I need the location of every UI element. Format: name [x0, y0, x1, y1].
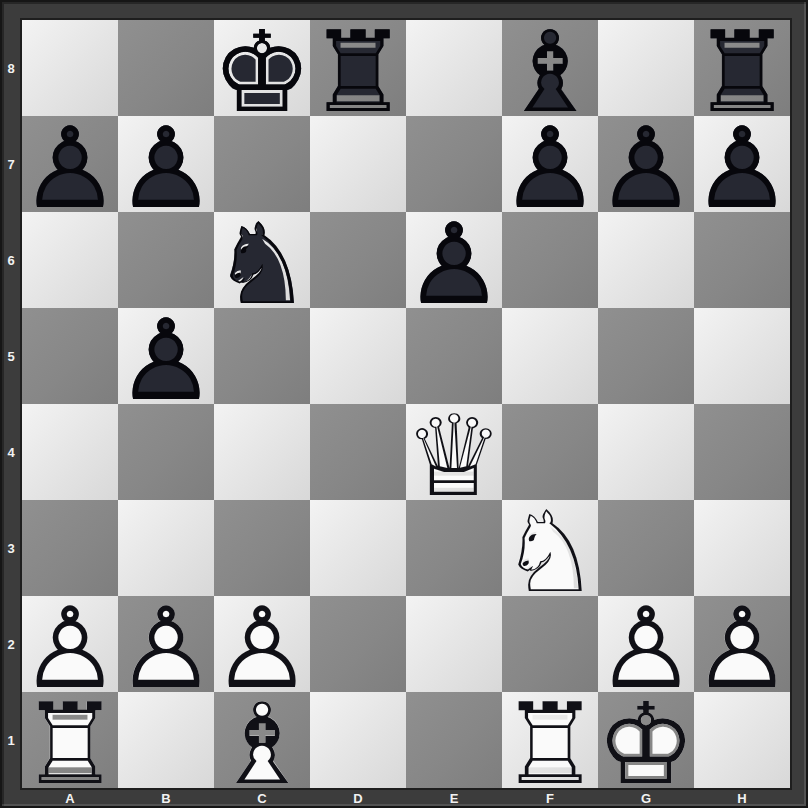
piece-white-pawn[interactable]: ♟♙ [692, 592, 792, 704]
piece-black-king[interactable]: ♚♔ [212, 16, 312, 128]
square-a2[interactable]: ♟♙ [22, 596, 118, 692]
rank-label-1: 1 [2, 692, 20, 788]
square-b8[interactable] [118, 20, 214, 116]
square-d3[interactable] [310, 500, 406, 596]
piece-white-king[interactable]: ♚♔ [596, 688, 696, 800]
black-pawn-outline-icon: ♙ [596, 112, 696, 224]
square-g3[interactable] [598, 500, 694, 596]
square-c2[interactable]: ♟♙ [214, 596, 310, 692]
square-h5[interactable] [694, 308, 790, 404]
square-b2[interactable]: ♟♙ [118, 596, 214, 692]
white-bishop-outline-icon: ♗ [212, 688, 312, 800]
square-f7[interactable]: ♟♙ [502, 116, 598, 212]
file-label-d: D [310, 790, 406, 806]
rank-label-2: 2 [2, 596, 20, 692]
black-knight-outline-icon: ♘ [212, 208, 312, 320]
file-label-g: G [598, 790, 694, 806]
square-g1[interactable]: ♚♔ [598, 692, 694, 788]
piece-black-pawn[interactable]: ♟♙ [20, 112, 120, 224]
black-rook-outline-icon: ♖ [308, 16, 408, 128]
square-e7[interactable] [406, 116, 502, 212]
square-h8[interactable]: ♜♖ [694, 20, 790, 116]
rank-label-7: 7 [2, 116, 20, 212]
black-pawn-outline-icon: ♙ [20, 112, 120, 224]
square-c8[interactable]: ♚♔ [214, 20, 310, 116]
square-e1[interactable] [406, 692, 502, 788]
square-f5[interactable] [502, 308, 598, 404]
piece-black-pawn[interactable]: ♟♙ [596, 112, 696, 224]
square-e4[interactable]: ♛♕ [406, 404, 502, 500]
square-h2[interactable]: ♟♙ [694, 596, 790, 692]
square-h4[interactable] [694, 404, 790, 500]
square-a8[interactable] [22, 20, 118, 116]
white-pawn-outline-icon: ♙ [116, 592, 216, 704]
rank-label-4: 4 [2, 404, 20, 500]
square-e6[interactable]: ♟♙ [406, 212, 502, 308]
square-d8[interactable]: ♜♖ [310, 20, 406, 116]
square-a4[interactable] [22, 404, 118, 500]
piece-black-knight[interactable]: ♞♘ [212, 208, 312, 320]
black-pawn-outline-icon: ♙ [116, 112, 216, 224]
black-pawn-outline-icon: ♙ [692, 112, 792, 224]
black-pawn-outline-icon: ♙ [500, 112, 600, 224]
square-e8[interactable] [406, 20, 502, 116]
piece-black-pawn[interactable]: ♟♙ [116, 304, 216, 416]
square-g5[interactable] [598, 308, 694, 404]
square-f1[interactable]: ♜♖ [502, 692, 598, 788]
square-g7[interactable]: ♟♙ [598, 116, 694, 212]
file-label-h: H [694, 790, 790, 806]
square-e2[interactable] [406, 596, 502, 692]
square-d2[interactable] [310, 596, 406, 692]
square-g8[interactable] [598, 20, 694, 116]
square-d4[interactable] [310, 404, 406, 500]
square-c3[interactable] [214, 500, 310, 596]
white-king-outline-icon: ♔ [596, 688, 696, 800]
piece-black-pawn[interactable]: ♟♙ [116, 112, 216, 224]
piece-white-knight[interactable]: ♞♘ [500, 496, 600, 608]
white-queen-outline-icon: ♕ [404, 400, 504, 512]
square-f4[interactable] [502, 404, 598, 500]
piece-black-pawn[interactable]: ♟♙ [500, 112, 600, 224]
black-pawn-outline-icon: ♙ [404, 208, 504, 320]
rank-label-5: 5 [2, 308, 20, 404]
file-label-c: C [214, 790, 310, 806]
square-c4[interactable] [214, 404, 310, 500]
white-knight-outline-icon: ♘ [500, 496, 600, 608]
square-b3[interactable] [118, 500, 214, 596]
white-rook-outline-icon: ♖ [500, 688, 600, 800]
square-h3[interactable] [694, 500, 790, 596]
square-h7[interactable]: ♟♙ [694, 116, 790, 212]
square-d1[interactable] [310, 692, 406, 788]
square-d6[interactable] [310, 212, 406, 308]
piece-white-pawn[interactable]: ♟♙ [116, 592, 216, 704]
square-d5[interactable] [310, 308, 406, 404]
piece-black-rook[interactable]: ♜♖ [308, 16, 408, 128]
square-g2[interactable]: ♟♙ [598, 596, 694, 692]
piece-black-pawn[interactable]: ♟♙ [404, 208, 504, 320]
piece-black-pawn[interactable]: ♟♙ [692, 112, 792, 224]
file-label-e: E [406, 790, 502, 806]
black-king-outline-icon: ♔ [212, 16, 312, 128]
square-c6[interactable]: ♞♘ [214, 212, 310, 308]
chess-board: ♚♔♜♖♝♗♜♖♟♙♟♙♟♙♟♙♟♙♞♘♟♙♟♙♛♕♞♘♟♙♟♙♟♙♟♙♟♙♜♖… [20, 18, 792, 790]
white-rook-outline-icon: ♖ [20, 688, 120, 800]
piece-white-bishop[interactable]: ♝♗ [212, 688, 312, 800]
square-a3[interactable] [22, 500, 118, 596]
square-a7[interactable]: ♟♙ [22, 116, 118, 212]
square-a5[interactable] [22, 308, 118, 404]
rank-label-6: 6 [2, 212, 20, 308]
square-f3[interactable]: ♞♘ [502, 500, 598, 596]
file-label-f: F [502, 790, 598, 806]
piece-white-rook[interactable]: ♜♖ [20, 688, 120, 800]
piece-white-rook[interactable]: ♜♖ [500, 688, 600, 800]
file-label-a: A [22, 790, 118, 806]
rank-label-8: 8 [2, 20, 20, 116]
square-b5[interactable]: ♟♙ [118, 308, 214, 404]
board-frame: ♚♔♜♖♝♗♜♖♟♙♟♙♟♙♟♙♟♙♞♘♟♙♟♙♛♕♞♘♟♙♟♙♟♙♟♙♟♙♜♖… [0, 0, 808, 808]
white-pawn-outline-icon: ♙ [692, 592, 792, 704]
square-g4[interactable] [598, 404, 694, 500]
square-a1[interactable]: ♜♖ [22, 692, 118, 788]
piece-white-queen[interactable]: ♛♕ [404, 400, 504, 512]
square-c1[interactable]: ♝♗ [214, 692, 310, 788]
rank-label-3: 3 [2, 500, 20, 596]
square-b7[interactable]: ♟♙ [118, 116, 214, 212]
file-label-b: B [118, 790, 214, 806]
square-f8[interactable]: ♝♗ [502, 20, 598, 116]
black-pawn-outline-icon: ♙ [116, 304, 216, 416]
